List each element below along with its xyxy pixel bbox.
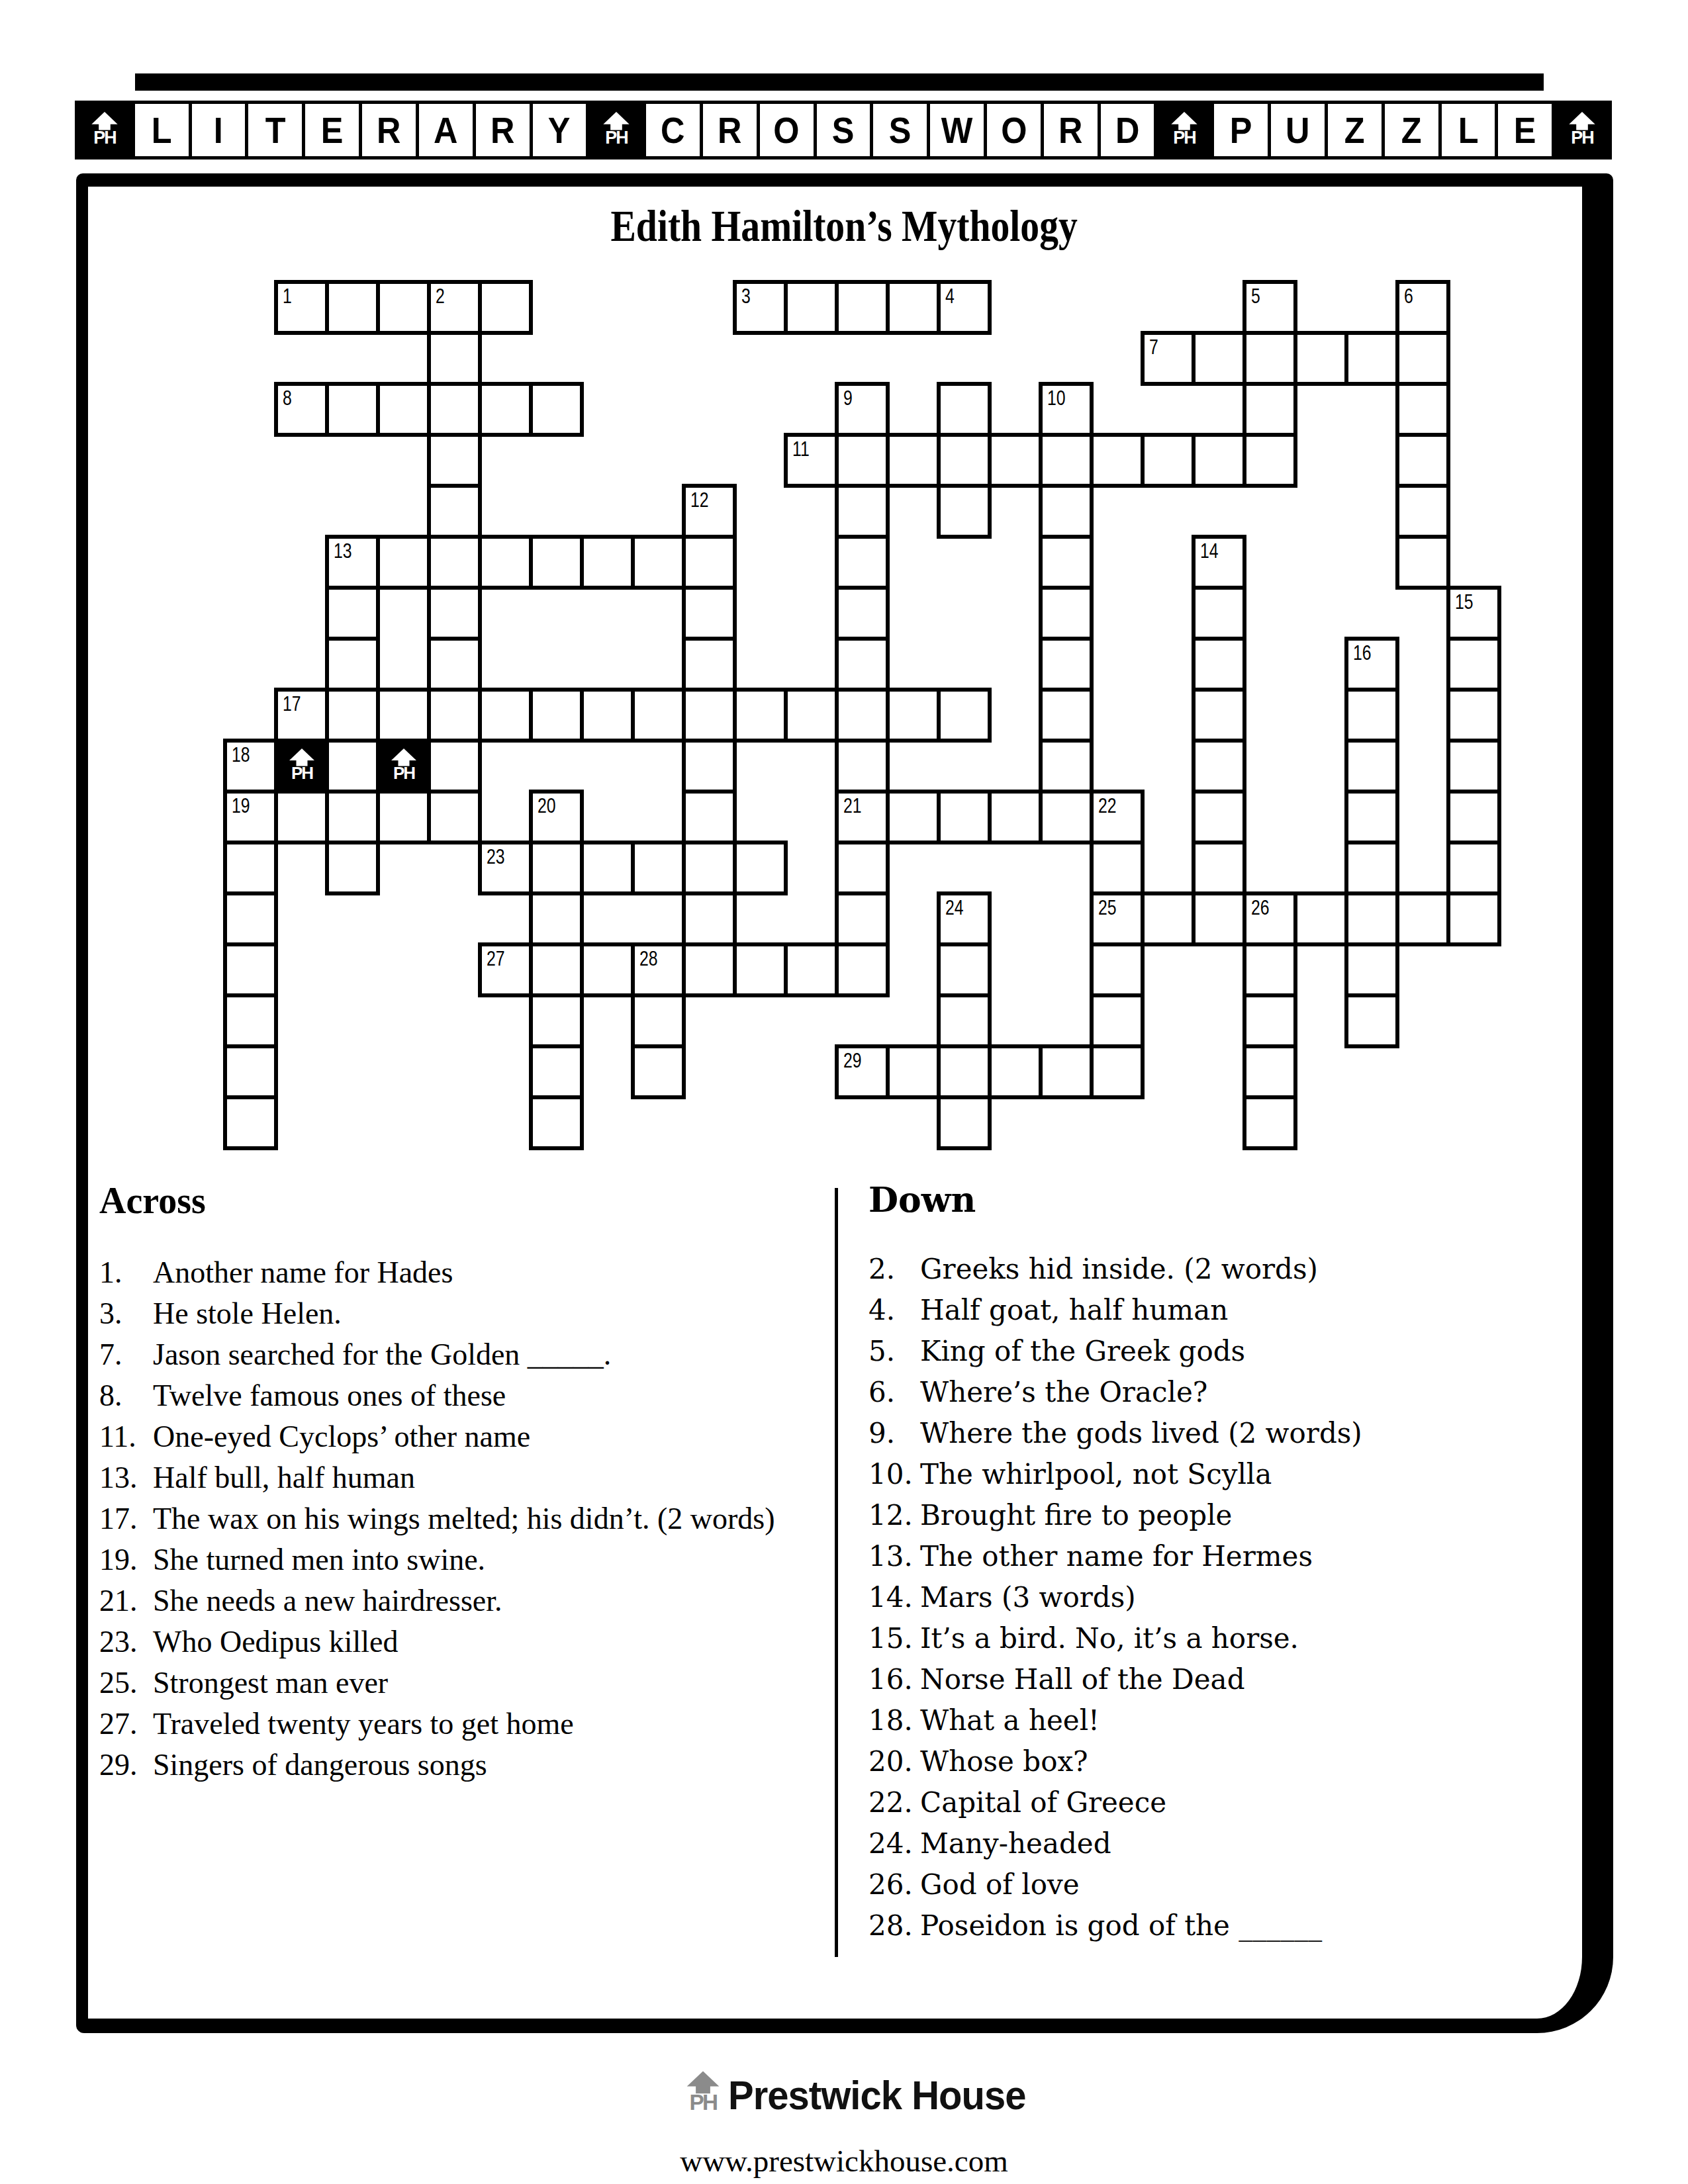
grid-cell[interactable] — [631, 1044, 686, 1099]
crossword-grid[interactable]: 123456789101112131415161718PHPH192021222… — [223, 280, 1498, 1147]
grid-clue-number: 25 — [1098, 897, 1117, 919]
header-letter-cell: U — [1271, 104, 1325, 156]
grid-cell[interactable] — [376, 790, 431, 844]
grid-cell[interactable]: 1 — [274, 280, 329, 335]
clue-item-text: She needs a new hairdresser. — [153, 1583, 502, 1618]
prestwick-logo-icon: PH — [682, 2064, 724, 2124]
grid-cell[interactable] — [1192, 841, 1246, 895]
grid-cell[interactable] — [1192, 433, 1246, 488]
grid-cell[interactable]: 28 — [631, 942, 686, 997]
clue-item-text: Twelve famous ones of these — [153, 1378, 506, 1413]
grid-cell[interactable] — [835, 637, 890, 692]
clue-item: 6.Where’s the Oracle? — [868, 1376, 1603, 1417]
grid-cell[interactable] — [733, 942, 788, 997]
grid-cell[interactable] — [631, 688, 686, 743]
clue-item-number: 9. — [868, 1417, 920, 1449]
clue-item-text: Poseidon is god of the ______ — [920, 1909, 1322, 1942]
grid-cell[interactable] — [1446, 891, 1501, 946]
grid-cell[interactable] — [223, 993, 278, 1048]
grid-cell[interactable] — [529, 688, 584, 743]
grid-cell[interactable] — [682, 891, 737, 946]
clue-item-text: Traveled twenty years to get home — [153, 1706, 574, 1741]
svg-text:PH: PH — [393, 763, 414, 783]
grid-cell[interactable]: 27 — [478, 942, 533, 997]
clue-item-text: Brought fire to people — [920, 1499, 1232, 1531]
prestwick-logo-icon: PH — [1167, 111, 1201, 150]
prestwick-logo-icon: PH — [285, 748, 318, 785]
grid-clue-number: 19 — [232, 795, 250, 817]
grid-clue-number: 11 — [792, 438, 810, 460]
header-letter-cell: S — [873, 104, 927, 156]
clue-item: 29.Singers of dangerous songs — [99, 1747, 818, 1788]
grid-cell[interactable] — [937, 942, 992, 997]
grid-cell[interactable] — [682, 586, 737, 641]
grid-cell[interactable] — [784, 688, 839, 743]
grid-cell[interactable] — [325, 790, 380, 844]
grid-clue-number: 2 — [436, 285, 445, 307]
grid-cell[interactable]: 18 — [223, 739, 278, 794]
grid-cell[interactable] — [1243, 993, 1297, 1048]
header-letter-cell: L — [1442, 104, 1495, 156]
header-letter-cell: C — [646, 104, 700, 156]
grid-cell[interactable] — [325, 688, 380, 743]
clue-item-number: 27. — [99, 1706, 153, 1741]
grid-cell[interactable] — [988, 790, 1043, 844]
grid-cell[interactable]: 23 — [478, 841, 533, 895]
grid-cell[interactable] — [1395, 382, 1450, 437]
grid-cell[interactable] — [682, 688, 737, 743]
grid-cell[interactable] — [1039, 1044, 1094, 1099]
clue-item: 27.Traveled twenty years to get home — [99, 1706, 818, 1747]
grid-cell[interactable] — [1090, 942, 1145, 997]
grid-cell[interactable] — [1090, 1044, 1145, 1099]
grid-cell[interactable] — [529, 993, 584, 1048]
grid-cell[interactable] — [223, 1044, 278, 1099]
header-letter-cell: S — [817, 104, 870, 156]
grid-cell[interactable] — [937, 993, 992, 1048]
clue-item-number: 14. — [868, 1581, 920, 1614]
grid-cell[interactable] — [886, 688, 941, 743]
grid-cell[interactable] — [325, 382, 380, 437]
grid-cell[interactable] — [580, 688, 635, 743]
grid-cell[interactable] — [1344, 739, 1399, 794]
grid-cell[interactable] — [835, 891, 890, 946]
grid-cell[interactable] — [223, 942, 278, 997]
grid-cell[interactable] — [1039, 790, 1094, 844]
grid-cell[interactable] — [478, 280, 533, 335]
grid-cell[interactable] — [682, 535, 737, 590]
grid-cell[interactable] — [376, 280, 431, 335]
grid-cell[interactable] — [682, 841, 737, 895]
grid-cell[interactable] — [835, 586, 890, 641]
clue-item: 20.Whose box? — [868, 1745, 1603, 1786]
grid-cell[interactable] — [988, 433, 1043, 488]
grid-cell[interactable] — [478, 382, 533, 437]
grid-cell[interactable] — [835, 535, 890, 590]
grid-cell[interactable] — [835, 841, 890, 895]
grid-cell[interactable] — [1395, 891, 1450, 946]
clue-item-number: 12. — [868, 1499, 920, 1531]
clue-item-text: Another name for Hades — [153, 1255, 453, 1290]
grid-cell[interactable] — [1344, 891, 1399, 946]
clue-item-text: Greeks hid inside. (2 words) — [920, 1253, 1318, 1285]
grid-cell[interactable] — [1141, 433, 1196, 488]
grid-cell[interactable]: 29 — [835, 1044, 890, 1099]
grid-clue-number: 16 — [1353, 642, 1372, 664]
grid-cell[interactable] — [478, 688, 533, 743]
grid-cell[interactable] — [1243, 331, 1297, 386]
grid-cell[interactable] — [529, 535, 584, 590]
clue-item-number: 22. — [868, 1786, 920, 1819]
grid-cell[interactable] — [529, 841, 584, 895]
clue-item-text: Half bull, half human — [153, 1460, 415, 1495]
grid-cell[interactable] — [529, 1044, 584, 1099]
grid-cell[interactable]: 8 — [274, 382, 329, 437]
grid-cell[interactable] — [1446, 688, 1501, 743]
grid-cell[interactable]: 10 — [1039, 382, 1094, 437]
grid-cell[interactable]: 4 — [937, 280, 992, 335]
publisher-brand-name: Prestwick House — [728, 2072, 1026, 2118]
clue-item: 12.Brought fire to people — [868, 1499, 1603, 1540]
clue-item: 9.Where the gods lived (2 words) — [868, 1417, 1603, 1458]
grid-cell[interactable] — [631, 993, 686, 1048]
clue-item-text: King of the Greek gods — [920, 1335, 1245, 1367]
header-logo-cell: PH — [78, 104, 132, 156]
grid-cell[interactable] — [1039, 637, 1094, 692]
grid-cell[interactable]: 3 — [733, 280, 788, 335]
clue-item: 1.Another name for Hades — [99, 1255, 818, 1296]
grid-cell[interactable]: 12 — [682, 484, 737, 539]
grid-cell[interactable] — [835, 433, 890, 488]
grid-clue-number: 9 — [843, 387, 853, 409]
grid-cell[interactable] — [427, 790, 482, 844]
grid-cell[interactable] — [427, 637, 482, 692]
header-letter-cell: I — [192, 104, 246, 156]
header-logo-cell: PH — [1157, 104, 1211, 156]
clue-item: 13.The other name for Hermes — [868, 1540, 1603, 1581]
grid-cell[interactable] — [1395, 535, 1450, 590]
grid-cell[interactable] — [1395, 331, 1450, 386]
svg-text:PH: PH — [1571, 127, 1593, 147]
header-letter-cell: W — [930, 104, 984, 156]
grid-cell[interactable] — [1192, 891, 1246, 946]
grid-cell[interactable] — [1192, 586, 1246, 641]
clue-item-number: 18. — [868, 1704, 920, 1737]
grid-cell[interactable] — [886, 433, 941, 488]
grid-cell[interactable]: 16 — [1344, 637, 1399, 692]
grid-cell[interactable] — [325, 280, 380, 335]
clue-item-number: 29. — [99, 1747, 153, 1782]
clue-item-text: What a heel! — [920, 1704, 1100, 1737]
header-letter-cell: R — [1044, 104, 1098, 156]
grid-cell[interactable] — [325, 586, 380, 641]
header-letter-cell: Y — [533, 104, 586, 156]
grid-clue-number: 3 — [741, 285, 751, 307]
grid-cell[interactable] — [325, 739, 380, 794]
grid-cell[interactable]: 22 — [1090, 790, 1145, 844]
clue-item-number: 20. — [868, 1745, 920, 1778]
grid-cell[interactable]: 17 — [274, 688, 329, 743]
header-letter-cell: A — [419, 104, 473, 156]
grid-cell[interactable] — [1395, 433, 1450, 488]
grid-cell[interactable] — [580, 942, 635, 997]
clue-item: 5.King of the Greek gods — [868, 1335, 1603, 1376]
grid-cell[interactable] — [1446, 739, 1501, 794]
clue-item-text: One-eyed Cyclops’ other name — [153, 1419, 530, 1454]
grid-cell[interactable] — [733, 688, 788, 743]
clue-item-number: 4. — [868, 1294, 920, 1326]
grid-cell[interactable] — [274, 790, 329, 844]
grid-cell[interactable]: 14 — [1192, 535, 1246, 590]
clue-item-number: 16. — [868, 1663, 920, 1696]
grid-cell[interactable] — [376, 382, 431, 437]
clue-item-number: 13. — [868, 1540, 920, 1572]
grid-cell[interactable]: 26 — [1243, 891, 1297, 946]
grid-cell[interactable] — [223, 1095, 278, 1150]
clue-item-text: It’s a bird. No, it’s a horse. — [920, 1622, 1299, 1655]
grid-clue-number: 29 — [843, 1050, 862, 1071]
header-letter-cell: L — [135, 104, 189, 156]
clue-item: 10.The whirlpool, not Scylla — [868, 1458, 1603, 1499]
clue-item-number: 26. — [868, 1868, 920, 1901]
grid-cell[interactable] — [427, 586, 482, 641]
clue-item: 13.Half bull, half human — [99, 1460, 818, 1501]
grid-cell[interactable]: 25 — [1090, 891, 1145, 946]
grid-cell[interactable]: 15 — [1446, 586, 1501, 641]
grid-cell[interactable]: 6 — [1395, 280, 1450, 335]
grid-cell[interactable]: 7 — [1141, 331, 1196, 386]
grid-cell[interactable]: 9 — [835, 382, 890, 437]
header-letter-cell: D — [1101, 104, 1154, 156]
grid-cell[interactable] — [1039, 586, 1094, 641]
grid-cell[interactable] — [427, 433, 482, 488]
grid-cell[interactable] — [1446, 841, 1501, 895]
clue-item-text: The whirlpool, not Scylla — [920, 1458, 1272, 1490]
header-letter-cell: R — [703, 104, 757, 156]
worksheet-page: PHLITERARYPHCROSSWORDPHPUZZLEPH Edith Ha… — [0, 0, 1688, 2184]
grid-cell[interactable] — [1293, 331, 1348, 386]
grid-cell[interactable] — [427, 535, 482, 590]
grid-cell[interactable] — [1293, 891, 1348, 946]
clue-item-text: Where’s the Oracle? — [920, 1376, 1207, 1408]
grid-cell[interactable] — [580, 841, 635, 895]
grid-cell[interactable] — [733, 841, 788, 895]
grid-cell[interactable] — [886, 790, 941, 844]
grid-clue-number: 6 — [1404, 285, 1413, 307]
grid-cell[interactable] — [1090, 433, 1145, 488]
grid-cell[interactable] — [427, 739, 482, 794]
grid-cell[interactable] — [937, 433, 992, 488]
clue-item: 4.Half goat, half human — [868, 1294, 1603, 1335]
grid-cell[interactable] — [937, 382, 992, 437]
header-letter-cell: E — [305, 104, 359, 156]
grid-cell[interactable] — [835, 484, 890, 539]
clue-item-number: 25. — [99, 1665, 153, 1700]
grid-clue-number: 18 — [232, 744, 250, 766]
grid-clue-number: 13 — [334, 540, 352, 562]
grid-cell[interactable] — [886, 280, 941, 335]
grid-clue-number: 28 — [639, 948, 658, 970]
grid-cell[interactable] — [1192, 790, 1246, 844]
clue-item-number: 8. — [99, 1378, 153, 1413]
down-clues-section: Down 2.Greeks hid inside. (2 words)4.Hal… — [868, 1179, 1603, 1950]
grid-cell[interactable] — [835, 280, 890, 335]
clue-item-number: 17. — [99, 1501, 153, 1536]
grid-cell[interactable] — [631, 535, 686, 590]
grid-cell[interactable]: 13 — [325, 535, 380, 590]
grid-cell[interactable] — [1090, 993, 1145, 1048]
clue-item-number: 19. — [99, 1542, 153, 1577]
prestwick-logo-icon: PH — [1565, 111, 1599, 150]
grid-cell[interactable] — [1039, 688, 1094, 743]
clue-item: 7.Jason searched for the Golden _____. — [99, 1337, 818, 1378]
grid-cell[interactable] — [937, 1095, 992, 1150]
grid-cell[interactable] — [1243, 1044, 1297, 1099]
grid-cell[interactable] — [1243, 382, 1297, 437]
grid-cell[interactable] — [1344, 790, 1399, 844]
grid-cell[interactable] — [1243, 942, 1297, 997]
clue-item-text: Who Oedipus killed — [153, 1624, 399, 1659]
grid-cell[interactable] — [784, 280, 839, 335]
grid-cell[interactable] — [1192, 739, 1246, 794]
grid-cell[interactable] — [835, 942, 890, 997]
header-letter-cell: E — [1498, 104, 1552, 156]
grid-cell[interactable]: 21 — [835, 790, 890, 844]
grid-cell[interactable] — [1446, 637, 1501, 692]
grid-cell[interactable] — [1446, 790, 1501, 844]
header-letter-cell: T — [248, 104, 302, 156]
header-letter-cell: O — [987, 104, 1041, 156]
grid-clue-number: 17 — [283, 693, 301, 715]
grid-logo-cell: PH — [376, 739, 431, 794]
grid-cell[interactable] — [427, 382, 482, 437]
svg-text:PH: PH — [94, 127, 117, 147]
clue-item: 2.Greeks hid inside. (2 words) — [868, 1253, 1603, 1294]
clue-item: 18.What a heel! — [868, 1704, 1603, 1745]
grid-cell[interactable] — [937, 790, 992, 844]
clue-item: 28.Poseidon is god of the ______ — [868, 1909, 1603, 1950]
grid-cell[interactable] — [1344, 841, 1399, 895]
grid-cell[interactable]: 2 — [427, 280, 482, 335]
grid-cell[interactable] — [1192, 331, 1246, 386]
grid-cell[interactable] — [1192, 637, 1246, 692]
clue-item-text: The wax on his wings melted; his didn’t.… — [153, 1501, 775, 1536]
grid-cell[interactable] — [988, 1044, 1043, 1099]
header-letter-cell: P — [1214, 104, 1268, 156]
grid-cell[interactable] — [427, 331, 482, 386]
grid-cell[interactable] — [1243, 1095, 1297, 1150]
grid-cell[interactable] — [478, 535, 533, 590]
header-letter-cell: O — [760, 104, 814, 156]
grid-cell[interactable] — [427, 484, 482, 539]
grid-cell[interactable] — [1344, 993, 1399, 1048]
down-heading: Down — [868, 1179, 1603, 1220]
clue-columns-divider — [835, 1188, 838, 1957]
grid-cell[interactable] — [580, 535, 635, 590]
grid-clue-number: 12 — [690, 489, 709, 511]
grid-cell[interactable] — [529, 382, 584, 437]
clue-item: 3.He stole Helen. — [99, 1296, 818, 1337]
grid-cell[interactable] — [529, 942, 584, 997]
grid-cell[interactable] — [937, 1044, 992, 1099]
clue-item: 26.God of love — [868, 1868, 1603, 1909]
grid-cell[interactable] — [325, 841, 380, 895]
publisher-website-url: www.prestwickhouse.com — [0, 2143, 1688, 2179]
grid-cell[interactable]: 19 — [223, 790, 278, 844]
clue-item-text: Capital of Greece — [920, 1786, 1166, 1819]
grid-cell[interactable] — [1039, 484, 1094, 539]
grid-cell[interactable] — [784, 942, 839, 997]
grid-cell[interactable] — [376, 688, 431, 743]
grid-cell[interactable] — [1039, 739, 1094, 794]
grid-cell[interactable] — [1344, 331, 1399, 386]
grid-cell[interactable] — [1192, 688, 1246, 743]
grid-clue-number: 26 — [1251, 897, 1270, 919]
grid-cell[interactable] — [1243, 433, 1297, 488]
clue-item-number: 10. — [868, 1458, 920, 1490]
grid-cell[interactable] — [1039, 535, 1094, 590]
clue-item-number: 1. — [99, 1255, 153, 1290]
clue-item: 8.Twelve famous ones of these — [99, 1378, 818, 1419]
grid-cell[interactable] — [937, 484, 992, 539]
clue-item: 17.The wax on his wings melted; his didn… — [99, 1501, 818, 1542]
grid-cell[interactable] — [529, 891, 584, 946]
grid-cell[interactable] — [325, 637, 380, 692]
grid-cell[interactable]: 11 — [784, 433, 839, 488]
grid-cell[interactable]: 5 — [1243, 280, 1297, 335]
grid-cell[interactable] — [835, 739, 890, 794]
grid-cell[interactable] — [1039, 433, 1094, 488]
grid-clue-number: 8 — [283, 387, 292, 409]
grid-cell[interactable] — [1344, 942, 1399, 997]
grid-clue-number: 5 — [1251, 285, 1260, 307]
grid-cell[interactable] — [682, 739, 737, 794]
grid-cell[interactable]: 24 — [937, 891, 992, 946]
grid-cell[interactable]: 20 — [529, 790, 584, 844]
grid-cell[interactable] — [835, 688, 890, 743]
grid-cell[interactable] — [529, 1095, 584, 1150]
grid-cell[interactable] — [223, 891, 278, 946]
header-top-bar — [135, 73, 1544, 91]
clue-item-text: Norse Hall of the Dead — [920, 1663, 1245, 1696]
grid-cell[interactable] — [1141, 891, 1196, 946]
svg-text:PH: PH — [689, 2090, 717, 2115]
grid-cell[interactable] — [886, 1044, 941, 1099]
grid-logo-cell: PH — [274, 739, 329, 794]
svg-text:PH: PH — [605, 127, 628, 147]
grid-cell[interactable] — [631, 841, 686, 895]
grid-cell[interactable] — [1090, 841, 1145, 895]
grid-cell[interactable] — [682, 790, 737, 844]
grid-cell[interactable] — [427, 688, 482, 743]
across-clues-section: Across 1.Another name for Hades3.He stol… — [99, 1179, 818, 1788]
grid-cell[interactable] — [682, 637, 737, 692]
grid-clue-number: 23 — [487, 846, 505, 868]
grid-cell[interactable] — [682, 942, 737, 997]
grid-cell[interactable] — [937, 688, 992, 743]
prestwick-house-icon: PH — [682, 2064, 724, 2127]
grid-cell[interactable] — [223, 841, 278, 895]
grid-cell[interactable] — [1344, 688, 1399, 743]
grid-cell[interactable] — [1395, 484, 1450, 539]
grid-cell[interactable] — [376, 535, 431, 590]
publisher-logo: PH Prestwick House — [682, 2064, 1041, 2127]
grid-clue-number: 7 — [1149, 336, 1158, 358]
grid-clue-number: 1 — [283, 285, 292, 307]
clue-item-number: 6. — [868, 1376, 920, 1408]
grid-clue-number: 14 — [1200, 540, 1219, 562]
clue-item-text: Whose box? — [920, 1745, 1088, 1778]
